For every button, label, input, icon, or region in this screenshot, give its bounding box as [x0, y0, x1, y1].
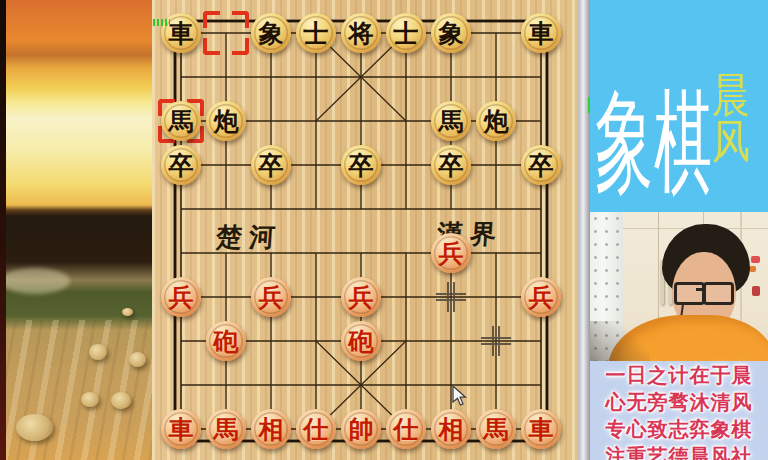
piece-red-general[interactable]: 帥	[341, 409, 381, 449]
piece-red-soldier[interactable]: 兵	[521, 277, 561, 317]
piece-red-horse[interactable]: 馬	[206, 409, 246, 449]
piece-red-soldier[interactable]: 兵	[251, 277, 291, 317]
piece-red-elephant[interactable]: 相	[251, 409, 291, 449]
piece-red-advisor[interactable]: 仕	[386, 409, 426, 449]
slogan-line-4: 注重艺德晨风社	[606, 443, 753, 460]
piece-black-cannon[interactable]: 炮	[476, 101, 516, 141]
xiangqi-board[interactable]: 楚河 漢界 車象士将士象車馬炮馬炮卒卒卒卒卒兵兵兵兵兵砲砲車馬相仕帥仕相馬車	[152, 0, 578, 460]
piece-red-chariot[interactable]: 車	[521, 409, 561, 449]
move-origin-crosshair-marker	[436, 282, 466, 312]
webcam-shadow	[590, 321, 650, 361]
sticker	[751, 256, 760, 263]
move-origin-crosshair-marker	[481, 326, 511, 356]
watermark	[153, 19, 170, 26]
channel-subtitle: 晨 风	[712, 72, 750, 156]
channel-panel: 象棋 晨 风	[590, 0, 768, 460]
sticker	[749, 266, 756, 272]
hay-bale	[89, 344, 107, 360]
glasses-bridge	[696, 288, 704, 291]
piece-red-chariot[interactable]: 車	[161, 409, 201, 449]
slogan-line-3: 专心致志弈象棋	[606, 416, 753, 443]
piece-red-cannon[interactable]: 砲	[206, 321, 246, 361]
piece-black-horse[interactable]: 馬	[161, 101, 201, 141]
piece-red-soldier[interactable]: 兵	[431, 233, 471, 273]
piece-red-elephant[interactable]: 相	[431, 409, 471, 449]
piece-black-horse[interactable]: 馬	[431, 101, 471, 141]
piece-black-chariot[interactable]: 車	[521, 13, 561, 53]
glasses-left-lens	[674, 282, 705, 305]
piece-black-cannon[interactable]: 炮	[206, 101, 246, 141]
piece-black-elephant[interactable]: 象	[431, 13, 471, 53]
channel-title: 象棋	[595, 68, 713, 212]
piece-black-elephant[interactable]: 象	[251, 13, 291, 53]
piece-black-soldier[interactable]: 卒	[161, 145, 201, 185]
slogan-line-2: 心无旁骛沐清风	[606, 389, 753, 416]
piece-red-advisor[interactable]: 仕	[296, 409, 336, 449]
distant-haze	[0, 268, 70, 294]
piece-red-horse[interactable]: 馬	[476, 409, 516, 449]
piece-black-soldier[interactable]: 卒	[341, 145, 381, 185]
mouse-cursor	[452, 385, 467, 406]
hay-bale	[122, 308, 133, 316]
stream-frame: 楚河 漢界 車象士将士象車馬炮馬炮卒卒卒卒卒兵兵兵兵兵砲砲車馬相仕帥仕相馬車 象…	[0, 0, 768, 460]
piece-black-soldier[interactable]: 卒	[251, 145, 291, 185]
channel-banner: 象棋 晨 风	[590, 0, 768, 212]
window-divider	[578, 0, 590, 460]
frame-left-edge	[0, 0, 6, 460]
river-label-left: 楚河	[215, 220, 283, 255]
piece-black-soldier[interactable]: 卒	[431, 145, 471, 185]
field-harvest-stripes	[0, 320, 152, 460]
piece-red-cannon[interactable]: 砲	[341, 321, 381, 361]
sunset-field-photo	[0, 0, 152, 460]
piece-red-soldier[interactable]: 兵	[341, 277, 381, 317]
sticker	[752, 286, 760, 296]
piece-black-general[interactable]: 将	[341, 13, 381, 53]
hay-bale	[81, 392, 99, 407]
piece-black-advisor[interactable]: 士	[296, 13, 336, 53]
piece-black-advisor[interactable]: 士	[386, 13, 426, 53]
piece-black-soldier[interactable]: 卒	[521, 145, 561, 185]
hay-bale	[129, 352, 146, 367]
last-move-bracket-marker	[203, 11, 249, 55]
webcam-view	[590, 212, 768, 361]
hay-bale	[111, 392, 131, 409]
channel-subtitle-top: 晨	[712, 72, 750, 118]
hay-bale	[16, 414, 53, 441]
channel-subtitle-bottom: 风	[712, 118, 750, 164]
slogan-panel: 一日之计在于晨 心无旁骛沐清风 专心致志弈象棋 注重艺德晨风社	[590, 361, 768, 460]
slogan-line-1: 一日之计在于晨	[606, 362, 753, 389]
piece-red-soldier[interactable]: 兵	[161, 277, 201, 317]
glasses-right-lens	[703, 282, 734, 305]
